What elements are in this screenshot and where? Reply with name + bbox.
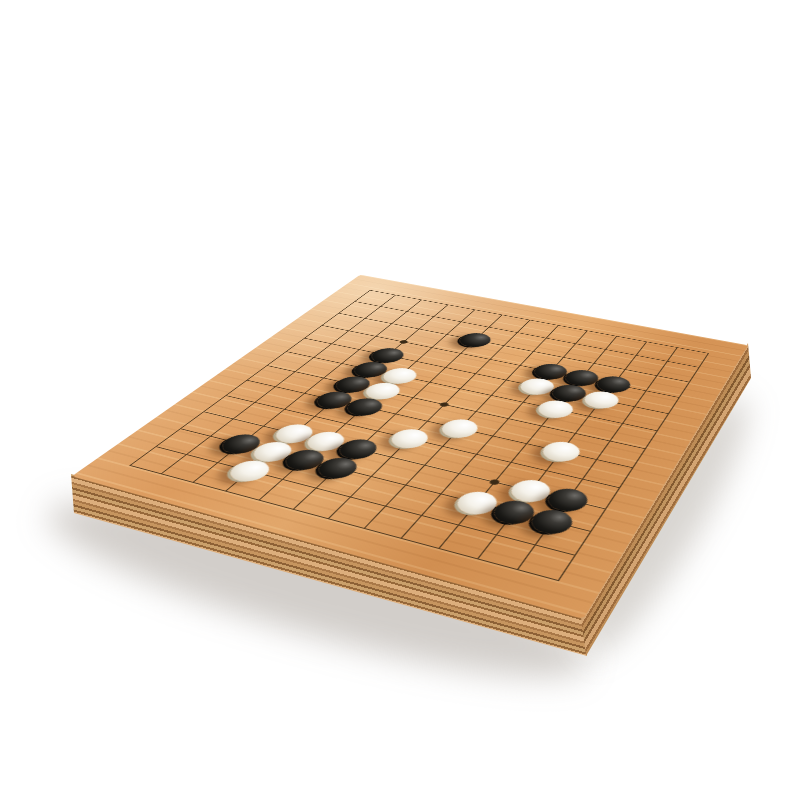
photo-stage — [0, 0, 800, 800]
